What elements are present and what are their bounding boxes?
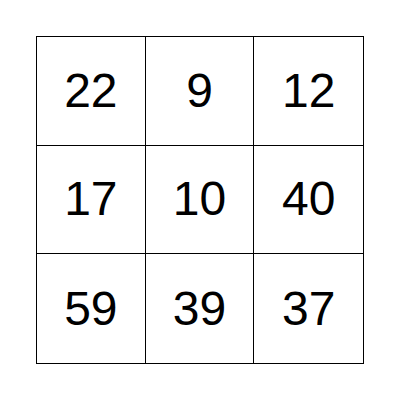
cell-r0c0[interactable]: 22 [37, 37, 146, 146]
cell-r2c0[interactable]: 59 [37, 254, 146, 363]
cell-r1c1[interactable]: 10 [146, 146, 255, 255]
cell-r2c1[interactable]: 39 [146, 254, 255, 363]
number-grid-board: 22 9 12 17 10 40 59 39 37 [36, 36, 364, 364]
cell-r2c2[interactable]: 37 [254, 254, 363, 363]
cell-r0c2[interactable]: 12 [254, 37, 363, 146]
cell-r1c0[interactable]: 17 [37, 146, 146, 255]
cell-r0c1[interactable]: 9 [146, 37, 255, 146]
cell-r1c2[interactable]: 40 [254, 146, 363, 255]
